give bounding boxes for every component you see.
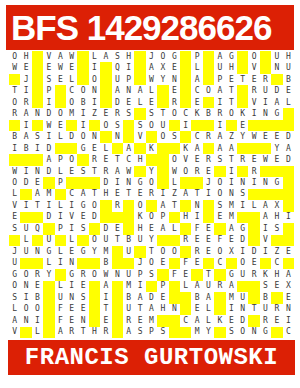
grid-cell-letter: E bbox=[100, 315, 111, 326]
grid-cell-letter: O bbox=[32, 304, 43, 315]
grid-cell-letter: A bbox=[134, 292, 145, 303]
grid-cell-highlight bbox=[134, 108, 145, 119]
grid-cell-highlight bbox=[248, 235, 259, 246]
grid-cell-highlight bbox=[203, 258, 214, 269]
grid-cell-letter: A bbox=[9, 315, 20, 326]
grid-cell-highlight bbox=[123, 223, 134, 234]
grid-cell-highlight bbox=[260, 166, 271, 177]
grid-cell-letter: S bbox=[157, 327, 168, 338]
grid-cell-letter: I bbox=[283, 315, 294, 326]
grid-cell-letter: L bbox=[283, 97, 294, 108]
grid-cell-letter: I bbox=[55, 258, 66, 269]
grid-cell-letter: Y bbox=[237, 131, 248, 142]
grid-cell-letter: E bbox=[55, 120, 66, 131]
grid-cell-letter: U bbox=[20, 223, 31, 234]
grid-cell-letter: A bbox=[180, 189, 191, 200]
grid-cell-letter: B bbox=[77, 97, 88, 108]
grid-cell-highlight bbox=[134, 74, 145, 85]
grid-cell-letter: A bbox=[146, 304, 157, 315]
grid-cell-letter: I bbox=[43, 97, 54, 108]
grid-cell-letter: E bbox=[203, 246, 214, 257]
grid-cell-letter: I bbox=[226, 304, 237, 315]
grid-cell-highlight bbox=[180, 97, 191, 108]
grid-cell-letter: N bbox=[32, 108, 43, 119]
grid-cell-letter: O bbox=[146, 177, 157, 188]
grid-cell-letter: B bbox=[100, 258, 111, 269]
grid-cell-letter: A bbox=[214, 85, 225, 96]
grid-cell-highlight bbox=[112, 327, 123, 338]
grid-cell-letter: A bbox=[271, 97, 282, 108]
grid-cell-letter: N bbox=[271, 62, 282, 73]
grid-cell-letter: R bbox=[248, 166, 259, 177]
grid-cell-highlight bbox=[66, 143, 77, 154]
grid-cell-highlight bbox=[100, 212, 111, 223]
grid-cell-highlight bbox=[214, 269, 225, 280]
grid-cell-letter: I bbox=[134, 281, 145, 292]
grid-cell-letter: T bbox=[226, 154, 237, 165]
grid-cell-letter: R bbox=[100, 327, 111, 338]
grid-cell-letter: E bbox=[191, 154, 202, 165]
grid-cell-highlight bbox=[89, 120, 100, 131]
grid-cell-letter: I bbox=[20, 200, 31, 211]
grid-cell-highlight bbox=[180, 177, 191, 188]
grid-cell-highlight bbox=[32, 85, 43, 96]
grid-cell-letter: O bbox=[20, 304, 31, 315]
grid-cell-letter: T bbox=[169, 200, 180, 211]
grid-cell-letter: E bbox=[283, 85, 294, 96]
grid-cell-letter: L bbox=[180, 281, 191, 292]
grid-cell-highlight bbox=[20, 154, 31, 165]
grid-cell-letter: L bbox=[43, 258, 54, 269]
grid-cell-letter: A bbox=[55, 51, 66, 62]
grid-cell-highlight bbox=[203, 51, 214, 62]
grid-cell-letter: I bbox=[100, 292, 111, 303]
grid-cell-letter: R bbox=[77, 269, 88, 280]
grid-cell-letter: O bbox=[169, 246, 180, 257]
grid-cell-highlight bbox=[157, 85, 168, 96]
grid-cell-letter: H bbox=[271, 212, 282, 223]
grid-cell-letter: R bbox=[203, 154, 214, 165]
grid-cell-letter: U bbox=[283, 62, 294, 73]
grid-cell-letter: R bbox=[9, 108, 20, 119]
grid-cell-letter: O bbox=[226, 108, 237, 119]
grid-cell-letter: E bbox=[89, 143, 100, 154]
grid-cell-letter: N bbox=[66, 258, 77, 269]
grid-cell-letter: E bbox=[191, 235, 202, 246]
grid-cell-letter: U bbox=[271, 51, 282, 62]
grid-cell-letter: E bbox=[157, 258, 168, 269]
grid-cell-highlight bbox=[180, 246, 191, 257]
grid-cell-letter: E bbox=[169, 85, 180, 96]
grid-cell-letter: A bbox=[191, 315, 202, 326]
grid-cell-letter: I bbox=[89, 97, 100, 108]
grid-cell-letter: A bbox=[260, 212, 271, 223]
grid-cell-letter: S bbox=[271, 223, 282, 234]
grid-cell-letter: I bbox=[66, 200, 77, 211]
grid-cell-highlight bbox=[169, 281, 180, 292]
grid-cell-letter: G bbox=[260, 327, 271, 338]
grid-cell-highlight bbox=[248, 315, 259, 326]
grid-cell-letter: O bbox=[66, 97, 77, 108]
grid-cell-letter: G bbox=[271, 177, 282, 188]
grid-cell-letter: A bbox=[20, 108, 31, 119]
grid-cell-highlight bbox=[20, 189, 31, 200]
grid-cell-letter: E bbox=[180, 269, 191, 280]
grid-cell-letter: N bbox=[66, 292, 77, 303]
grid-cell-letter: O bbox=[20, 269, 31, 280]
grid-cell-highlight bbox=[237, 62, 248, 73]
grid-cell-letter: R bbox=[248, 269, 259, 280]
grid-cell-highlight bbox=[283, 189, 294, 200]
grid-cell-letter: D bbox=[283, 154, 294, 165]
grid-cell-letter: B bbox=[32, 292, 43, 303]
grid-cell-letter: R bbox=[20, 97, 31, 108]
grid-cell-letter: T bbox=[248, 304, 259, 315]
grid-cell-letter: L bbox=[32, 327, 43, 338]
grid-cell-letter: D bbox=[100, 177, 111, 188]
grid-cell-letter: I bbox=[260, 246, 271, 257]
grid-cell-letter: M bbox=[226, 212, 237, 223]
grid-cell-highlight bbox=[89, 304, 100, 315]
grid-cell-letter: L bbox=[191, 62, 202, 73]
grid-cell-letter: F bbox=[214, 235, 225, 246]
grid-cell-letter: N bbox=[260, 177, 271, 188]
grid-cell-highlight bbox=[100, 97, 111, 108]
grid-cell-letter: E bbox=[271, 281, 282, 292]
grid-cell-letter: L bbox=[134, 97, 145, 108]
grid-cell-letter: G bbox=[43, 246, 54, 257]
grid-cell-letter: D bbox=[146, 292, 157, 303]
grid-cell-letter: E bbox=[134, 315, 145, 326]
grid-cell-letter: E bbox=[248, 154, 259, 165]
grid-cell-highlight bbox=[248, 120, 259, 131]
grid-cell-letter: C bbox=[123, 154, 134, 165]
grid-cell-highlight bbox=[214, 223, 225, 234]
grid-cell-highlight bbox=[134, 62, 145, 73]
grid-cell-letter: E bbox=[66, 246, 77, 257]
grid-cell-letter: W bbox=[43, 120, 54, 131]
grid-cell-highlight bbox=[283, 200, 294, 211]
grid-cell-letter: Z bbox=[169, 189, 180, 200]
grid-cell-highlight bbox=[77, 74, 88, 85]
grid-cell-highlight bbox=[20, 327, 31, 338]
grid-cell-letter: B bbox=[283, 74, 294, 85]
grid-cell-letter: O bbox=[146, 258, 157, 269]
grid-cell-letter: U bbox=[157, 120, 168, 131]
grid-cell-letter: R bbox=[32, 269, 43, 280]
grid-cell-letter: G bbox=[9, 269, 20, 280]
grid-cell-letter: Q bbox=[32, 223, 43, 234]
grid-cell-highlight bbox=[157, 154, 168, 165]
grid-cell-letter: U bbox=[55, 292, 66, 303]
grid-cell-highlight bbox=[283, 120, 294, 131]
grid-cell-letter: E bbox=[260, 131, 271, 142]
grid-cell-letter: O bbox=[66, 154, 77, 165]
grid-cell-letter: L bbox=[55, 131, 66, 142]
grid-cell-letter: I bbox=[43, 131, 54, 142]
grid-cell-highlight bbox=[43, 281, 54, 292]
grid-cell-letter: D bbox=[43, 166, 54, 177]
grid-cell-letter: W bbox=[123, 166, 134, 177]
grid-cell-highlight bbox=[20, 212, 31, 223]
grid-cell-letter: N bbox=[20, 281, 31, 292]
grid-cell-letter: W bbox=[9, 166, 20, 177]
grid-cell-letter: C bbox=[66, 85, 77, 96]
grid-cell-highlight bbox=[169, 143, 180, 154]
grid-cell-highlight bbox=[112, 292, 123, 303]
grid-cell-letter: S bbox=[43, 74, 54, 85]
grid-cell-letter: E bbox=[32, 177, 43, 188]
grid-cell-highlight bbox=[237, 51, 248, 62]
grid-cell-highlight bbox=[283, 235, 294, 246]
grid-cell-letter: D bbox=[66, 131, 77, 142]
grid-cell-highlight bbox=[169, 315, 180, 326]
grid-cell-letter: O bbox=[237, 327, 248, 338]
grid-cell-letter: N bbox=[32, 166, 43, 177]
grid-cell-highlight bbox=[32, 97, 43, 108]
grid-cell-letter: D bbox=[43, 143, 54, 154]
grid-cell-highlight bbox=[112, 246, 123, 257]
grid-cell-letter: A bbox=[283, 269, 294, 280]
grid-cell-highlight bbox=[283, 223, 294, 234]
grid-cell-letter: R bbox=[191, 166, 202, 177]
grid-cell-highlight bbox=[77, 154, 88, 165]
grid-cell-letter: O bbox=[134, 200, 145, 211]
grid-cell-letter: I bbox=[180, 120, 191, 131]
grid-cell-letter: V bbox=[260, 235, 271, 246]
grid-cell-highlight bbox=[214, 166, 225, 177]
grid-cell-letter: K bbox=[180, 143, 191, 154]
grid-cell-highlight bbox=[157, 235, 168, 246]
grid-cell-highlight bbox=[100, 131, 111, 142]
grid-cell-letter: B bbox=[203, 108, 214, 119]
grid-cell-letter: N bbox=[237, 304, 248, 315]
grid-cell-highlight bbox=[237, 85, 248, 96]
grid-cell-highlight bbox=[157, 177, 168, 188]
grid-cell-letter: T bbox=[134, 304, 145, 315]
grid-cell-letter: P bbox=[191, 51, 202, 62]
grid-cell-highlight bbox=[100, 200, 111, 211]
grid-cell-highlight bbox=[89, 281, 100, 292]
grid-cell-letter: P bbox=[157, 212, 168, 223]
grid-cell-letter: S bbox=[134, 120, 145, 131]
grid-cell-letter: Y bbox=[271, 143, 282, 154]
grid-cell-letter: T bbox=[226, 85, 237, 96]
grid-cell-letter: T bbox=[9, 85, 20, 96]
grid-cell-letter: A bbox=[55, 327, 66, 338]
grid-cell-highlight bbox=[9, 235, 20, 246]
grid-cell-highlight bbox=[203, 97, 214, 108]
grid-cell-highlight bbox=[271, 327, 282, 338]
grid-cell-letter: N bbox=[123, 177, 134, 188]
grid-cell-letter: N bbox=[191, 200, 202, 211]
grid-cell-letter: U bbox=[214, 62, 225, 73]
grid-cell-letter: E bbox=[146, 223, 157, 234]
grid-cell-letter: Y bbox=[146, 166, 157, 177]
grid-cell-letter: N bbox=[77, 315, 88, 326]
grid-cell-highlight bbox=[112, 212, 123, 223]
grid-cell-highlight bbox=[203, 143, 214, 154]
grid-cell-letter: H bbox=[20, 51, 31, 62]
grid-cell-letter: V bbox=[9, 327, 20, 338]
grid-cell-letter: N bbox=[20, 315, 31, 326]
grid-cell-highlight bbox=[180, 304, 191, 315]
grid-cell-letter: H bbox=[283, 51, 294, 62]
grid-cell-letter: I bbox=[226, 166, 237, 177]
grid-cell-highlight bbox=[32, 235, 43, 246]
grid-cell-letter: U bbox=[134, 235, 145, 246]
grid-cell-highlight bbox=[283, 258, 294, 269]
grid-cell-letter: N bbox=[169, 304, 180, 315]
grid-cell-letter: G bbox=[77, 200, 88, 211]
grid-cell-highlight bbox=[9, 154, 20, 165]
grid-cell-highlight bbox=[180, 223, 191, 234]
grid-cell-letter: V bbox=[248, 97, 259, 108]
grid-cell-letter: Q bbox=[112, 62, 123, 73]
grid-cell-letter: A bbox=[226, 223, 237, 234]
grid-cell-highlight bbox=[55, 97, 66, 108]
grid-cell-letter: W bbox=[260, 154, 271, 165]
grid-cell-letter: C bbox=[271, 258, 282, 269]
grid-cell-letter: N bbox=[169, 74, 180, 85]
grid-cell-letter: S bbox=[260, 281, 271, 292]
grid-cell-letter: E bbox=[214, 212, 225, 223]
grid-cell-highlight bbox=[32, 74, 43, 85]
grid-cell-letter: K bbox=[214, 315, 225, 326]
grid-cell-letter: L bbox=[20, 235, 31, 246]
grid-cell-highlight bbox=[43, 177, 54, 188]
grid-cell-letter: T bbox=[203, 269, 214, 280]
grid-cell-letter: R bbox=[237, 154, 248, 165]
grid-cell-highlight bbox=[214, 304, 225, 315]
grid-cell-letter: N bbox=[32, 246, 43, 257]
book-title: BFS 1429286626 bbox=[6, 10, 271, 45]
grid-cell-highlight bbox=[32, 258, 43, 269]
grid-cell-letter: R bbox=[112, 108, 123, 119]
grid-cell-letter: A bbox=[214, 131, 225, 142]
grid-cell-highlight bbox=[169, 212, 180, 223]
grid-cell-letter: I bbox=[20, 85, 31, 96]
grid-cell-highlight bbox=[157, 143, 168, 154]
grid-cell-letter: A bbox=[191, 74, 202, 85]
grid-cell-letter: E bbox=[77, 304, 88, 315]
grid-cell-letter: U bbox=[260, 304, 271, 315]
grid-cell-highlight bbox=[237, 166, 248, 177]
grid-cell-highlight bbox=[157, 315, 168, 326]
grid-cell-letter: W bbox=[146, 74, 157, 85]
grid-cell-letter: B bbox=[123, 235, 134, 246]
grid-cell-highlight bbox=[123, 200, 134, 211]
grid-cell-highlight bbox=[191, 120, 202, 131]
grid-cell-letter: I bbox=[66, 223, 77, 234]
grid-cell-letter: S bbox=[112, 120, 123, 131]
author-band: FRANCIS GURTOWSKI bbox=[8, 340, 295, 375]
grid-cell-letter: I bbox=[43, 200, 54, 211]
grid-cell-letter: A bbox=[214, 51, 225, 62]
grid-cell-letter: V bbox=[134, 131, 145, 142]
grid-cell-highlight bbox=[260, 51, 271, 62]
grid-cell-letter: I bbox=[20, 166, 31, 177]
grid-cell-highlight bbox=[77, 235, 88, 246]
grid-cell-letter: G bbox=[226, 269, 237, 280]
grid-cell-letter: O bbox=[214, 246, 225, 257]
grid-cell-letter: S bbox=[9, 223, 20, 234]
grid-cell-letter: O bbox=[169, 154, 180, 165]
grid-cell-letter: U bbox=[100, 235, 111, 246]
grid-cell-highlight bbox=[20, 258, 31, 269]
grid-cell-letter: D bbox=[248, 246, 259, 257]
grid-cell-letter: D bbox=[100, 223, 111, 234]
grid-cell-letter: V bbox=[43, 51, 54, 62]
grid-cell-letter: V bbox=[9, 200, 20, 211]
grid-cell-letter: D bbox=[237, 235, 248, 246]
grid-cell-highlight bbox=[203, 120, 214, 131]
grid-cell-letter: I bbox=[157, 189, 168, 200]
grid-cell-letter: J bbox=[9, 246, 20, 257]
grid-cell-letter: E bbox=[66, 166, 77, 177]
grid-cell-letter: J bbox=[203, 177, 214, 188]
grid-cell-letter: P bbox=[123, 74, 134, 85]
grid-cell-letter: R bbox=[180, 235, 191, 246]
grid-cell-letter: E bbox=[248, 258, 259, 269]
grid-cell-letter: S bbox=[214, 200, 225, 211]
grid-cell-highlight bbox=[157, 269, 168, 280]
grid-cell-letter: L bbox=[66, 235, 77, 246]
grid-cell-letter: L bbox=[55, 246, 66, 257]
grid-cell-letter: U bbox=[112, 74, 123, 85]
grid-cell-highlight bbox=[89, 315, 100, 326]
grid-cell-letter: N bbox=[237, 177, 248, 188]
grid-cell-letter: N bbox=[260, 108, 271, 119]
grid-cell-highlight bbox=[43, 315, 54, 326]
grid-cell-letter: O bbox=[9, 51, 20, 62]
grid-cell-highlight bbox=[123, 258, 134, 269]
grid-cell-letter: P bbox=[157, 281, 168, 292]
grid-cell-highlight bbox=[32, 62, 43, 73]
grid-cell-letter: L bbox=[203, 315, 214, 326]
grid-cell-letter: D bbox=[89, 212, 100, 223]
grid-cell-highlight bbox=[260, 258, 271, 269]
grid-cell-letter: L bbox=[55, 200, 66, 211]
grid-cell-letter: M bbox=[226, 200, 237, 211]
grid-cell-highlight bbox=[100, 74, 111, 85]
grid-cell-letter: S bbox=[146, 269, 157, 280]
grid-cell-letter: A bbox=[112, 166, 123, 177]
grid-cell-letter: Y bbox=[146, 235, 157, 246]
grid-cell-letter: I bbox=[237, 246, 248, 257]
grid-cell-letter: M bbox=[66, 108, 77, 119]
grid-cell-highlight bbox=[248, 281, 259, 292]
grid-cell-letter: A bbox=[157, 223, 168, 234]
grid-cell-letter: O bbox=[55, 108, 66, 119]
grid-cell-highlight bbox=[191, 269, 202, 280]
grid-cell-letter: G bbox=[134, 177, 145, 188]
grid-cell-highlight bbox=[169, 327, 180, 338]
grid-cell-letter: A bbox=[100, 281, 111, 292]
grid-cell-highlight bbox=[169, 258, 180, 269]
grid-cell-letter: A bbox=[123, 143, 134, 154]
grid-cell-highlight bbox=[55, 235, 66, 246]
grid-cell-letter: R bbox=[214, 281, 225, 292]
grid-cell-letter: L bbox=[66, 74, 77, 85]
grid-cell-letter: A bbox=[191, 281, 202, 292]
grid-cell-letter: L bbox=[9, 304, 20, 315]
grid-cell-highlight bbox=[146, 131, 157, 142]
grid-cell-letter: S bbox=[112, 51, 123, 62]
grid-cell-letter: C bbox=[191, 131, 202, 142]
grid-cell-highlight bbox=[260, 120, 271, 131]
grid-cell-highlight bbox=[43, 327, 54, 338]
